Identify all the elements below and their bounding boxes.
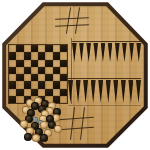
- checker-piece-dark: [40, 134, 48, 142]
- checker-piece-light: [32, 134, 40, 142]
- checker-piece-light: [20, 120, 28, 128]
- checker-piece-dark: [24, 133, 32, 141]
- die: [33, 117, 38, 122]
- game-board-photo: [0, 0, 150, 150]
- checker-piece-light: [40, 121, 48, 129]
- checker-piece-light: [54, 125, 62, 133]
- piece-pile: [0, 0, 150, 150]
